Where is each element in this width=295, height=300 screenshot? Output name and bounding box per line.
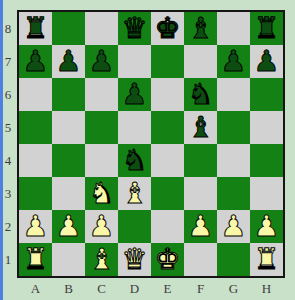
square-h5[interactable] [250,111,283,144]
rank-label-5: 5 [0,111,16,144]
rank-label-6: 6 [0,78,16,111]
square-g5[interactable] [217,111,250,144]
square-e6[interactable] [151,78,184,111]
piece-black-pawn[interactable]: ♟ [221,47,247,76]
piece-black-pawn[interactable]: ♟ [122,80,148,109]
square-g7[interactable]: ♟ [217,45,250,78]
square-e3[interactable] [151,177,184,210]
square-b4[interactable] [52,144,85,177]
rank-label-3: 3 [0,177,16,210]
square-d6[interactable]: ♟ [118,78,151,111]
piece-white-king[interactable]: ♚ [155,245,181,274]
rank-label-7: 7 [0,45,16,78]
piece-black-king[interactable]: ♚ [155,14,181,43]
square-g2[interactable]: ♟ [217,210,250,243]
piece-white-queen[interactable]: ♛ [122,245,148,274]
square-e8[interactable]: ♚ [151,12,184,45]
piece-black-bishop[interactable]: ♝ [188,113,214,142]
piece-white-pawn[interactable]: ♟ [89,212,115,241]
piece-white-pawn[interactable]: ♟ [254,212,280,241]
square-c5[interactable] [85,111,118,144]
square-e1[interactable]: ♚ [151,243,184,276]
piece-black-bishop[interactable]: ♝ [188,14,214,43]
square-c3[interactable]: ♞ [85,177,118,210]
square-e4[interactable] [151,144,184,177]
square-h8[interactable]: ♜ [250,12,283,45]
file-label-H: H [250,281,283,297]
square-a2[interactable]: ♟ [19,210,52,243]
rank-label-1: 1 [0,243,16,276]
square-h7[interactable]: ♟ [250,45,283,78]
square-d2[interactable] [118,210,151,243]
square-g6[interactable] [217,78,250,111]
square-d1[interactable]: ♛ [118,243,151,276]
rank-label-4: 4 [0,144,16,177]
square-c6[interactable] [85,78,118,111]
square-e5[interactable] [151,111,184,144]
piece-white-rook[interactable]: ♜ [23,245,49,274]
square-d7[interactable] [118,45,151,78]
square-h2[interactable]: ♟ [250,210,283,243]
square-f6[interactable]: ♞ [184,78,217,111]
piece-white-rook[interactable]: ♜ [254,245,280,274]
file-label-B: B [52,281,85,297]
piece-black-pawn[interactable]: ♟ [254,47,280,76]
square-b1[interactable] [52,243,85,276]
chess-board: ♜♛♚♝♜♟♟♟♟♟♟♞♝♞♞♝♟♟♟♟♟♟♜♝♛♚♜ [17,10,285,278]
piece-black-pawn[interactable]: ♟ [89,47,115,76]
square-h4[interactable] [250,144,283,177]
square-h1[interactable]: ♜ [250,243,283,276]
square-b8[interactable] [52,12,85,45]
square-b7[interactable]: ♟ [52,45,85,78]
file-label-C: C [85,281,118,297]
rank-label-8: 8 [0,12,16,45]
piece-white-pawn[interactable]: ♟ [23,212,49,241]
square-d8[interactable]: ♛ [118,12,151,45]
square-b2[interactable]: ♟ [52,210,85,243]
square-c1[interactable]: ♝ [85,243,118,276]
square-g3[interactable] [217,177,250,210]
file-label-G: G [217,281,250,297]
square-d4[interactable]: ♞ [118,144,151,177]
square-f1[interactable] [184,243,217,276]
piece-black-queen[interactable]: ♛ [122,14,148,43]
square-e7[interactable] [151,45,184,78]
square-b6[interactable] [52,78,85,111]
piece-white-pawn[interactable]: ♟ [188,212,214,241]
square-g1[interactable] [217,243,250,276]
square-f3[interactable] [184,177,217,210]
square-f2[interactable]: ♟ [184,210,217,243]
piece-black-pawn[interactable]: ♟ [56,47,82,76]
square-d3[interactable]: ♝ [118,177,151,210]
square-a7[interactable]: ♟ [19,45,52,78]
square-f8[interactable]: ♝ [184,12,217,45]
square-c7[interactable]: ♟ [85,45,118,78]
square-h3[interactable] [250,177,283,210]
square-f4[interactable] [184,144,217,177]
piece-white-bishop[interactable]: ♝ [89,245,115,274]
piece-black-knight[interactable]: ♞ [122,146,148,175]
piece-black-rook[interactable]: ♜ [254,14,280,43]
rank-label-2: 2 [0,210,16,243]
file-label-F: F [184,281,217,297]
square-h6[interactable] [250,78,283,111]
piece-black-knight[interactable]: ♞ [188,80,214,109]
file-label-E: E [151,281,184,297]
square-g8[interactable] [217,12,250,45]
square-b3[interactable] [52,177,85,210]
square-g4[interactable] [217,144,250,177]
square-e2[interactable] [151,210,184,243]
square-a8[interactable]: ♜ [19,12,52,45]
square-b5[interactable] [52,111,85,144]
square-d5[interactable] [118,111,151,144]
piece-white-bishop[interactable]: ♝ [122,179,148,208]
square-a6[interactable] [19,78,52,111]
piece-white-pawn[interactable]: ♟ [221,212,247,241]
piece-black-rook[interactable]: ♜ [23,14,49,43]
square-c8[interactable] [85,12,118,45]
file-label-D: D [118,281,151,297]
piece-black-pawn[interactable]: ♟ [23,47,49,76]
square-c2[interactable]: ♟ [85,210,118,243]
square-a1[interactable]: ♜ [19,243,52,276]
square-a3[interactable] [19,177,52,210]
piece-white-knight[interactable]: ♞ [89,179,115,208]
piece-white-pawn[interactable]: ♟ [56,212,82,241]
file-label-A: A [19,281,52,297]
square-a5[interactable] [19,111,52,144]
square-f7[interactable] [184,45,217,78]
square-f5[interactable]: ♝ [184,111,217,144]
square-c4[interactable] [85,144,118,177]
square-a4[interactable] [19,144,52,177]
